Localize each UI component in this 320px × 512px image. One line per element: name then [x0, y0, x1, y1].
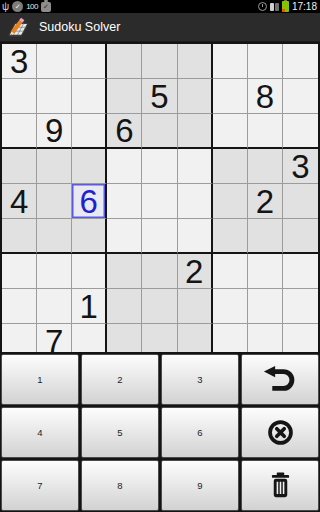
cell-r6c6[interactable]: [178, 219, 213, 254]
status-bar-right: 17:18: [258, 0, 317, 13]
cell-r6c8[interactable]: [248, 219, 283, 254]
alarm-icon: [258, 2, 267, 11]
keypad: 123456789: [0, 352, 320, 512]
key-9[interactable]: 9: [161, 460, 239, 511]
clear-icon: [267, 419, 294, 446]
cell-r3c6[interactable]: [178, 114, 213, 149]
cell-r2c1[interactable]: [2, 79, 37, 114]
cell-r1c7[interactable]: [213, 44, 248, 79]
cell-r2c5[interactable]: 5: [142, 79, 177, 114]
cell-r2c8[interactable]: 8: [248, 79, 283, 114]
cell-r8c3[interactable]: 1: [72, 289, 107, 324]
sync-check-icon: ✓: [12, 1, 23, 12]
cell-r7c9[interactable]: [283, 254, 318, 289]
cell-r6c3[interactable]: [72, 219, 107, 254]
key-1[interactable]: 1: [1, 354, 79, 405]
cell-r4c7[interactable]: [213, 149, 248, 184]
cell-r5c2[interactable]: [37, 184, 72, 219]
cell-r5c5[interactable]: [142, 184, 177, 219]
cell-r8c2[interactable]: [37, 289, 72, 324]
cell-r8c1[interactable]: [2, 289, 37, 324]
cell-r2c6[interactable]: [178, 79, 213, 114]
cell-r4c5[interactable]: [142, 149, 177, 184]
cell-r9c3[interactable]: [72, 324, 107, 352]
cell-r3c9[interactable]: [283, 114, 318, 149]
cell-r1c4[interactable]: [107, 44, 142, 79]
cell-r3c3[interactable]: [72, 114, 107, 149]
cell-r2c9[interactable]: [283, 79, 318, 114]
status-bar: ψ ✓ 100 ✓ 17:18: [0, 0, 320, 13]
cell-r7c2[interactable]: [37, 254, 72, 289]
cell-r7c7[interactable]: [213, 254, 248, 289]
cell-r6c1[interactable]: [2, 219, 37, 254]
cell-r2c3[interactable]: [72, 79, 107, 114]
key-3[interactable]: 3: [161, 354, 239, 405]
cell-r3c2[interactable]: 9: [37, 114, 72, 149]
cell-r7c4[interactable]: [107, 254, 142, 289]
undo-icon: [263, 366, 297, 394]
page-title: Sudoku Solver: [39, 20, 120, 34]
key-6[interactable]: 6: [161, 407, 239, 458]
cell-r6c2[interactable]: [37, 219, 72, 254]
battery-percent-label: 100: [26, 0, 38, 13]
cell-r5c6[interactable]: [178, 184, 213, 219]
cell-r6c5[interactable]: [142, 219, 177, 254]
cell-r1c5[interactable]: [142, 44, 177, 79]
clear-button[interactable]: [241, 407, 319, 458]
cell-r5c1[interactable]: 4: [2, 184, 37, 219]
usb-icon: ψ: [2, 2, 9, 12]
cell-r9c7[interactable]: [213, 324, 248, 352]
trash-icon: [268, 472, 293, 499]
cell-r3c4[interactable]: 6: [107, 114, 142, 149]
cell-r2c4[interactable]: [107, 79, 142, 114]
cell-r1c9[interactable]: [283, 44, 318, 79]
key-7[interactable]: 7: [1, 460, 79, 511]
cell-r9c1[interactable]: [2, 324, 37, 352]
status-bar-left: ψ ✓ 100 ✓: [2, 0, 51, 13]
cell-r4c9[interactable]: 3: [283, 149, 318, 184]
cell-r1c8[interactable]: [248, 44, 283, 79]
key-2[interactable]: 2: [81, 354, 159, 405]
cell-r8c6[interactable]: [178, 289, 213, 324]
cell-r7c6[interactable]: 2: [178, 254, 213, 289]
cell-r2c2[interactable]: [37, 79, 72, 114]
briefcase-check-icon: ✓: [41, 2, 51, 12]
cell-r9c5[interactable]: [142, 324, 177, 352]
cell-r6c4[interactable]: [107, 219, 142, 254]
cell-r6c9[interactable]: [283, 219, 318, 254]
cell-r4c4[interactable]: [107, 149, 142, 184]
cell-r5c4[interactable]: [107, 184, 142, 219]
cell-r1c3[interactable]: [72, 44, 107, 79]
cell-r4c3[interactable]: [72, 149, 107, 184]
network-icon: [270, 3, 279, 11]
cell-r4c2[interactable]: [37, 149, 72, 184]
cell-r9c8[interactable]: [248, 324, 283, 352]
cell-r4c6[interactable]: [178, 149, 213, 184]
cell-r7c3[interactable]: [72, 254, 107, 289]
key-5[interactable]: 5: [81, 407, 159, 458]
key-4[interactable]: 4: [1, 407, 79, 458]
cell-r1c1[interactable]: 3: [2, 44, 37, 79]
cell-r7c8[interactable]: [248, 254, 283, 289]
sudoku-grid: 358963462217: [2, 44, 318, 352]
title-bar: Sudoku Solver: [0, 13, 320, 42]
cell-r8c9[interactable]: [283, 289, 318, 324]
cell-r8c7[interactable]: [213, 289, 248, 324]
trash-button[interactable]: [241, 460, 319, 511]
cell-r7c5[interactable]: [142, 254, 177, 289]
cell-r9c6[interactable]: [178, 324, 213, 352]
cell-r1c2[interactable]: [37, 44, 72, 79]
sudoku-pencil-app-icon: [6, 17, 30, 37]
cell-r4c1[interactable]: [2, 149, 37, 184]
cell-r5c9[interactable]: [283, 184, 318, 219]
key-8[interactable]: 8: [81, 460, 159, 511]
cell-r7c1[interactable]: [2, 254, 37, 289]
cell-r5c8[interactable]: 2: [248, 184, 283, 219]
sudoku-board: 358963462217: [0, 42, 320, 352]
cell-r1c6[interactable]: [178, 44, 213, 79]
undo-button[interactable]: [241, 354, 319, 405]
cell-r8c5[interactable]: [142, 289, 177, 324]
cell-r3c1[interactable]: [2, 114, 37, 149]
battery-icon: [282, 1, 289, 12]
cell-r4c8[interactable]: [248, 149, 283, 184]
cell-r8c4[interactable]: [107, 289, 142, 324]
cell-r5c7[interactable]: [213, 184, 248, 219]
cell-r3c7[interactable]: [213, 114, 248, 149]
cell-r3c5[interactable]: [142, 114, 177, 149]
cell-r3c8[interactable]: [248, 114, 283, 149]
clock-label: 17:18: [292, 0, 317, 13]
cell-r9c2[interactable]: 7: [37, 324, 72, 352]
cell-r8c8[interactable]: [248, 289, 283, 324]
cell-r6c7[interactable]: [213, 219, 248, 254]
cell-r9c9[interactable]: [283, 324, 318, 352]
cell-r5c3[interactable]: 6: [72, 184, 107, 219]
cell-r9c4[interactable]: [107, 324, 142, 352]
cell-r2c7[interactable]: [213, 79, 248, 114]
